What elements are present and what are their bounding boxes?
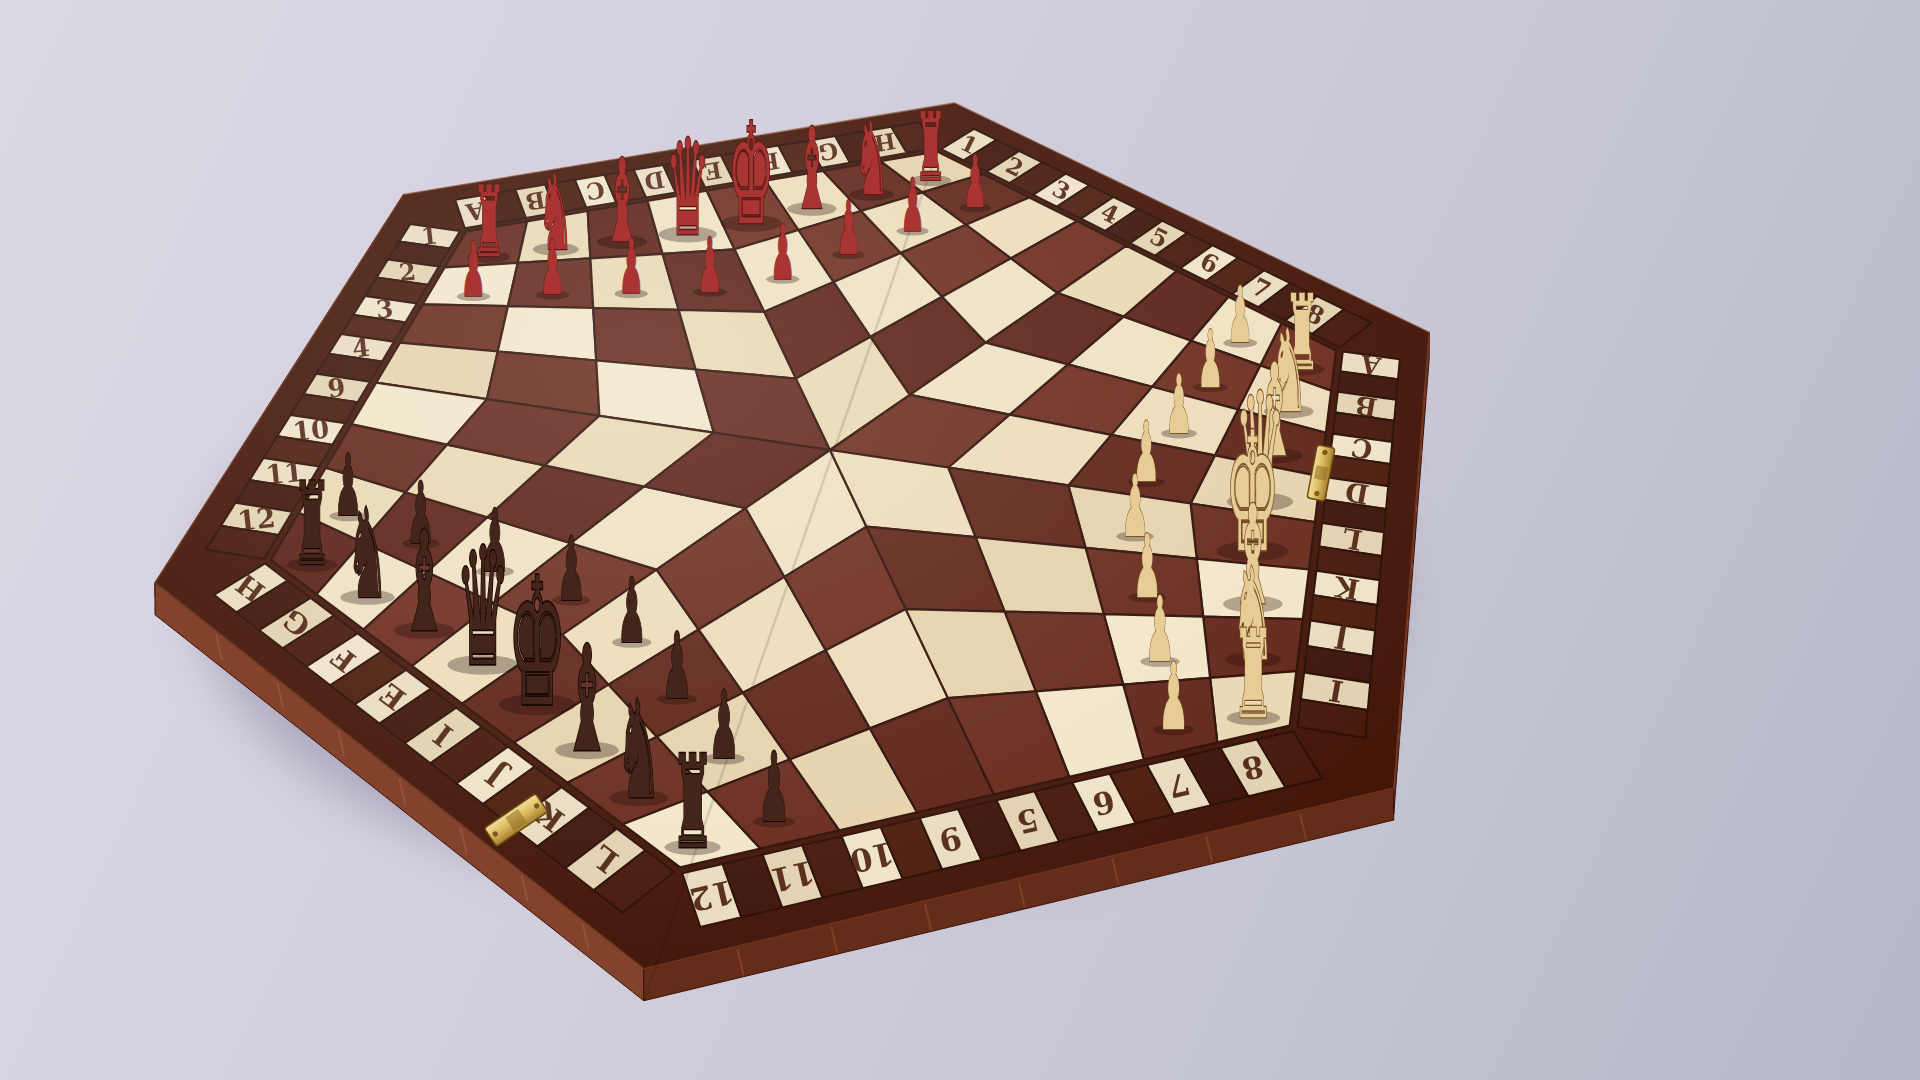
light-pawn[interactable]: ♟ [1153, 643, 1194, 752]
dark-pawn[interactable]: ♟ [753, 731, 795, 844]
svg-text:♟: ♟ [1158, 643, 1189, 752]
svg-text:♟: ♟ [461, 226, 487, 315]
svg-text:♛: ♛ [456, 513, 511, 702]
svg-text:♟: ♟ [697, 221, 723, 310]
dark-knight[interactable]: ♞ [609, 671, 668, 829]
svg-text:♝: ♝ [401, 501, 448, 663]
svg-text:♟: ♟ [540, 224, 566, 313]
svg-text:♝: ♝ [562, 615, 611, 784]
red-pawn[interactable]: ♟ [897, 163, 929, 248]
svg-text:♜: ♜ [293, 458, 331, 590]
svg-text:♟: ♟ [836, 185, 861, 271]
svg-text:♟: ♟ [618, 223, 644, 312]
svg-text:♝: ♝ [793, 104, 831, 235]
red-pawn[interactable]: ♟ [536, 224, 569, 313]
svg-text:♜: ♜ [1233, 603, 1274, 746]
svg-text:♟: ♟ [661, 614, 692, 720]
red-pawn[interactable]: ♟ [766, 208, 799, 295]
scene: ABCDEFGH12349101112HGFEIJKL12111095678AB… [0, 0, 1920, 1080]
three-player-chess-board: ABCDEFGH12349101112HGFEIJKL12111095678AB… [0, 0, 1920, 1080]
svg-text:♟: ♟ [617, 558, 647, 663]
svg-text:♚: ♚ [728, 93, 775, 256]
svg-text:♟: ♟ [1197, 312, 1224, 405]
svg-text:♟: ♟ [963, 140, 987, 225]
light-pawn[interactable]: ♟ [1161, 357, 1197, 451]
svg-text:♚: ♚ [508, 540, 567, 745]
red-pawn[interactable]: ♟ [959, 140, 991, 225]
dark-knight[interactable]: ♞ [340, 481, 394, 625]
dark-bishop[interactable]: ♝ [394, 501, 454, 663]
svg-text:♟: ♟ [1227, 269, 1253, 360]
dark-bishop[interactable]: ♝ [555, 615, 619, 784]
red-pawn[interactable]: ♟ [693, 221, 726, 310]
svg-text:♟: ♟ [758, 731, 791, 844]
svg-text:♟: ♟ [900, 163, 925, 248]
dark-rook[interactable]: ♜ [287, 458, 337, 590]
svg-text:♜: ♜ [671, 727, 714, 877]
dark-pawn[interactable]: ♟ [612, 558, 651, 663]
svg-text:♟: ♟ [770, 208, 795, 295]
svg-text:♞: ♞ [616, 671, 662, 829]
dark-pawn[interactable]: ♟ [657, 614, 697, 720]
light-rook[interactable]: ♜ [1227, 603, 1280, 746]
red-pawn[interactable]: ♟ [615, 223, 648, 312]
red-pawn[interactable]: ♟ [832, 185, 864, 271]
dark-rook[interactable]: ♜ [665, 727, 721, 877]
light-pawn[interactable]: ♟ [1193, 312, 1228, 405]
red-pawn[interactable]: ♟ [457, 226, 490, 315]
svg-text:♟: ♟ [1165, 357, 1192, 451]
svg-text:♞: ♞ [346, 481, 388, 625]
